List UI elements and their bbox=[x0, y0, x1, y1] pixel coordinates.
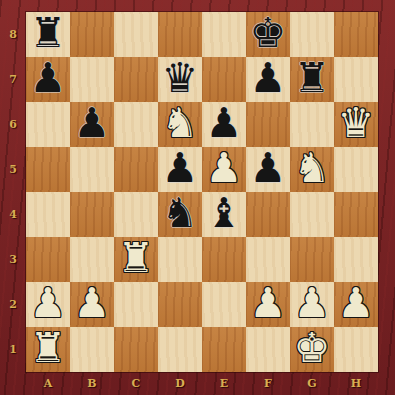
rank-label-7: 7 bbox=[0, 57, 26, 102]
rank-label-5: 5 bbox=[0, 147, 26, 192]
square-d3[interactable] bbox=[158, 237, 202, 282]
square-f6[interactable] bbox=[246, 102, 290, 147]
square-e2[interactable] bbox=[202, 282, 246, 327]
file-label-f: F bbox=[246, 374, 290, 392]
black-pawn: ♟ bbox=[74, 103, 111, 144]
square-b3[interactable] bbox=[70, 237, 114, 282]
square-e6[interactable]: ♟ bbox=[202, 102, 246, 147]
square-h3[interactable] bbox=[334, 237, 378, 282]
white-pawn: ♟ bbox=[74, 283, 111, 324]
square-a6[interactable] bbox=[26, 102, 70, 147]
square-a2[interactable]: ♟ bbox=[26, 282, 70, 327]
square-h6[interactable]: ♛ bbox=[334, 102, 378, 147]
square-c8[interactable] bbox=[114, 12, 158, 57]
black-pawn: ♟ bbox=[250, 58, 287, 99]
rank-label-3: 3 bbox=[0, 237, 26, 282]
black-rook: ♜ bbox=[294, 58, 331, 99]
square-c4[interactable] bbox=[114, 192, 158, 237]
square-h5[interactable] bbox=[334, 147, 378, 192]
square-c3[interactable]: ♜ bbox=[114, 237, 158, 282]
square-c7[interactable] bbox=[114, 57, 158, 102]
square-f4[interactable] bbox=[246, 192, 290, 237]
square-h4[interactable] bbox=[334, 192, 378, 237]
black-bishop: ♝ bbox=[206, 193, 243, 234]
square-d4[interactable]: ♞ bbox=[158, 192, 202, 237]
file-label-c: C bbox=[114, 374, 158, 392]
square-e5[interactable]: ♟ bbox=[202, 147, 246, 192]
square-e7[interactable] bbox=[202, 57, 246, 102]
square-b2[interactable]: ♟ bbox=[70, 282, 114, 327]
square-g6[interactable] bbox=[290, 102, 334, 147]
white-queen: ♛ bbox=[338, 103, 375, 144]
white-rook: ♜ bbox=[30, 328, 67, 369]
file-label-g: G bbox=[290, 374, 334, 392]
white-pawn: ♟ bbox=[338, 283, 375, 324]
square-b1[interactable] bbox=[70, 327, 114, 372]
square-g5[interactable]: ♞ bbox=[290, 147, 334, 192]
square-g1[interactable]: ♚ bbox=[290, 327, 334, 372]
square-e8[interactable] bbox=[202, 12, 246, 57]
square-b4[interactable] bbox=[70, 192, 114, 237]
square-g8[interactable] bbox=[290, 12, 334, 57]
square-f3[interactable] bbox=[246, 237, 290, 282]
black-pawn: ♟ bbox=[30, 58, 67, 99]
chess-board: ♜♚♟♛♟♜♟♞♟♛♟♟♟♞♞♝♜♟♟♟♟♟♜♚ bbox=[26, 12, 378, 372]
square-a5[interactable] bbox=[26, 147, 70, 192]
square-e1[interactable] bbox=[202, 327, 246, 372]
square-a1[interactable]: ♜ bbox=[26, 327, 70, 372]
rank-label-1: 1 bbox=[0, 327, 26, 372]
white-king: ♚ bbox=[294, 328, 331, 369]
square-f1[interactable] bbox=[246, 327, 290, 372]
square-b5[interactable] bbox=[70, 147, 114, 192]
white-pawn: ♟ bbox=[250, 283, 287, 324]
square-f5[interactable]: ♟ bbox=[246, 147, 290, 192]
white-pawn: ♟ bbox=[30, 283, 67, 324]
square-c6[interactable] bbox=[114, 102, 158, 147]
rank-label-6: 6 bbox=[0, 102, 26, 147]
black-pawn: ♟ bbox=[250, 148, 287, 189]
square-g3[interactable] bbox=[290, 237, 334, 282]
square-c5[interactable] bbox=[114, 147, 158, 192]
white-knight: ♞ bbox=[294, 148, 331, 189]
square-g2[interactable]: ♟ bbox=[290, 282, 334, 327]
square-h2[interactable]: ♟ bbox=[334, 282, 378, 327]
black-king: ♚ bbox=[250, 13, 287, 54]
square-a3[interactable] bbox=[26, 237, 70, 282]
square-c1[interactable] bbox=[114, 327, 158, 372]
square-b6[interactable]: ♟ bbox=[70, 102, 114, 147]
square-h1[interactable] bbox=[334, 327, 378, 372]
square-a8[interactable]: ♜ bbox=[26, 12, 70, 57]
square-f2[interactable]: ♟ bbox=[246, 282, 290, 327]
square-d7[interactable]: ♛ bbox=[158, 57, 202, 102]
square-e4[interactable]: ♝ bbox=[202, 192, 246, 237]
square-f7[interactable]: ♟ bbox=[246, 57, 290, 102]
square-b7[interactable] bbox=[70, 57, 114, 102]
white-pawn: ♟ bbox=[294, 283, 331, 324]
black-knight: ♞ bbox=[162, 193, 199, 234]
square-d6[interactable]: ♞ bbox=[158, 102, 202, 147]
file-label-b: B bbox=[70, 374, 114, 392]
square-f8[interactable]: ♚ bbox=[246, 12, 290, 57]
white-pawn: ♟ bbox=[206, 148, 243, 189]
black-pawn: ♟ bbox=[206, 103, 243, 144]
black-rook: ♜ bbox=[30, 13, 67, 54]
file-label-h: H bbox=[334, 374, 378, 392]
rank-label-8: 8 bbox=[0, 12, 26, 57]
white-knight: ♞ bbox=[162, 103, 199, 144]
square-h8[interactable] bbox=[334, 12, 378, 57]
rank-label-4: 4 bbox=[0, 192, 26, 237]
file-label-d: D bbox=[158, 374, 202, 392]
square-g7[interactable]: ♜ bbox=[290, 57, 334, 102]
square-e3[interactable] bbox=[202, 237, 246, 282]
square-d1[interactable] bbox=[158, 327, 202, 372]
chess-board-frame: ♜♚♟♛♟♜♟♞♟♛♟♟♟♞♞♝♜♟♟♟♟♟♜♚ 87654321 ABCDEF… bbox=[0, 0, 395, 395]
square-g4[interactable] bbox=[290, 192, 334, 237]
square-a7[interactable]: ♟ bbox=[26, 57, 70, 102]
square-d5[interactable]: ♟ bbox=[158, 147, 202, 192]
square-c2[interactable] bbox=[114, 282, 158, 327]
black-queen: ♛ bbox=[162, 58, 199, 99]
square-d8[interactable] bbox=[158, 12, 202, 57]
file-label-e: E bbox=[202, 374, 246, 392]
rank-label-2: 2 bbox=[0, 282, 26, 327]
square-d2[interactable] bbox=[158, 282, 202, 327]
square-a4[interactable] bbox=[26, 192, 70, 237]
square-b8[interactable] bbox=[70, 12, 114, 57]
file-label-a: A bbox=[26, 374, 70, 392]
white-rook: ♜ bbox=[118, 238, 155, 279]
square-h7[interactable] bbox=[334, 57, 378, 102]
black-pawn: ♟ bbox=[162, 148, 199, 189]
